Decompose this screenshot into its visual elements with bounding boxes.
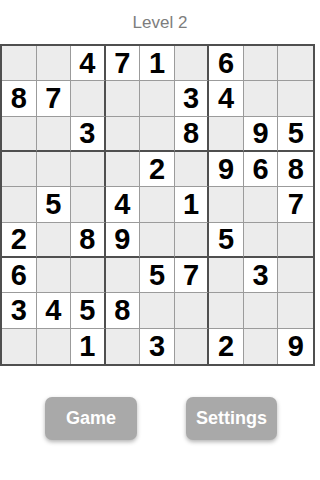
cell-r7c4[interactable] (106, 258, 141, 293)
cell-r2c6[interactable]: 3 (175, 81, 210, 116)
cell-r1c3[interactable]: 4 (71, 46, 106, 81)
cell-r5c2[interactable]: 5 (37, 187, 72, 222)
cell-r4c7[interactable]: 9 (209, 152, 244, 187)
cell-r6c1[interactable]: 2 (2, 223, 37, 258)
cell-r3c4[interactable] (106, 117, 141, 152)
cell-r8c8[interactable] (244, 293, 279, 328)
cell-r5c5[interactable] (140, 187, 175, 222)
cell-r2c7[interactable]: 4 (209, 81, 244, 116)
cell-r4c5[interactable]: 2 (140, 152, 175, 187)
cell-r2c1[interactable]: 8 (2, 81, 37, 116)
cell-r8c1[interactable]: 3 (2, 293, 37, 328)
cell-r5c3[interactable] (71, 187, 106, 222)
cell-r7c6[interactable]: 7 (175, 258, 210, 293)
cell-r9c2[interactable] (37, 329, 72, 364)
cell-r7c3[interactable] (71, 258, 106, 293)
cell-r5c8[interactable] (244, 187, 279, 222)
cell-r3c8[interactable]: 9 (244, 117, 279, 152)
cell-r7c1[interactable]: 6 (2, 258, 37, 293)
cell-r9c1[interactable] (2, 329, 37, 364)
cell-r4c9[interactable]: 8 (278, 152, 313, 187)
cell-r9c5[interactable]: 3 (140, 329, 175, 364)
cell-r2c8[interactable] (244, 81, 279, 116)
cell-r7c2[interactable] (37, 258, 72, 293)
cell-r3c3[interactable]: 3 (71, 117, 106, 152)
level-title: Level 2 (0, 12, 320, 34)
cell-r4c1[interactable] (2, 152, 37, 187)
cell-r6c6[interactable] (175, 223, 210, 258)
sudoku-app-screen: Level 2 47168734389529685417289565733458… (0, 0, 320, 480)
cell-r4c2[interactable] (37, 152, 72, 187)
cell-r4c3[interactable] (71, 152, 106, 187)
cell-r2c4[interactable] (106, 81, 141, 116)
cell-r9c7[interactable]: 2 (209, 329, 244, 364)
settings-button[interactable]: Settings (186, 397, 277, 440)
cell-r5c7[interactable] (209, 187, 244, 222)
cell-r5c6[interactable]: 1 (175, 187, 210, 222)
cell-r9c6[interactable] (175, 329, 210, 364)
cell-r6c9[interactable] (278, 223, 313, 258)
cell-r9c9[interactable]: 9 (278, 329, 313, 364)
cell-r1c1[interactable] (2, 46, 37, 81)
cell-r1c8[interactable] (244, 46, 279, 81)
cell-r9c3[interactable]: 1 (71, 329, 106, 364)
cell-r1c7[interactable]: 6 (209, 46, 244, 81)
cell-r1c5[interactable]: 1 (140, 46, 175, 81)
cell-r9c8[interactable] (244, 329, 279, 364)
cell-r8c2[interactable]: 4 (37, 293, 72, 328)
cell-r2c3[interactable] (71, 81, 106, 116)
cell-r1c4[interactable]: 7 (106, 46, 141, 81)
cell-r3c7[interactable] (209, 117, 244, 152)
cell-r6c5[interactable] (140, 223, 175, 258)
cell-r6c8[interactable] (244, 223, 279, 258)
cell-r3c6[interactable]: 8 (175, 117, 210, 152)
cell-r6c2[interactable] (37, 223, 72, 258)
cell-r5c1[interactable] (2, 187, 37, 222)
cell-r6c3[interactable]: 8 (71, 223, 106, 258)
cell-r4c6[interactable] (175, 152, 210, 187)
cell-r1c2[interactable] (37, 46, 72, 81)
cell-r5c4[interactable]: 4 (106, 187, 141, 222)
game-button[interactable]: Game (45, 397, 137, 440)
cell-r2c2[interactable]: 7 (37, 81, 72, 116)
cell-r7c5[interactable]: 5 (140, 258, 175, 293)
cell-r3c1[interactable] (2, 117, 37, 152)
cell-r1c9[interactable] (278, 46, 313, 81)
cell-r7c7[interactable] (209, 258, 244, 293)
cell-r5c9[interactable]: 7 (278, 187, 313, 222)
cell-r2c5[interactable] (140, 81, 175, 116)
cell-r8c5[interactable] (140, 293, 175, 328)
cell-r7c9[interactable] (278, 258, 313, 293)
sudoku-board: 471687343895296854172895657334581329 (0, 44, 315, 366)
cell-r6c4[interactable]: 9 (106, 223, 141, 258)
cell-r9c4[interactable] (106, 329, 141, 364)
cell-r3c9[interactable]: 5 (278, 117, 313, 152)
cell-r8c9[interactable] (278, 293, 313, 328)
cell-r4c4[interactable] (106, 152, 141, 187)
cell-r1c6[interactable] (175, 46, 210, 81)
cell-r6c7[interactable]: 5 (209, 223, 244, 258)
cell-r8c3[interactable]: 5 (71, 293, 106, 328)
cell-r3c5[interactable] (140, 117, 175, 152)
cell-r8c7[interactable] (209, 293, 244, 328)
cell-r4c8[interactable]: 6 (244, 152, 279, 187)
cell-r7c8[interactable]: 3 (244, 258, 279, 293)
cell-r3c2[interactable] (37, 117, 72, 152)
cell-r2c9[interactable] (278, 81, 313, 116)
cell-r8c6[interactable] (175, 293, 210, 328)
cell-r8c4[interactable]: 8 (106, 293, 141, 328)
